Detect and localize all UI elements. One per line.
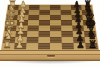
board-square — [26, 43, 38, 49]
chess-set-photo: ♜♞♝♛♚♝♞♜♟♟♟♟♟♟♟♟♟♟♟♟♟♟♟♟♜♞♝♛♚♝♞♜ — [0, 0, 100, 67]
board-perspective-wrapper — [1, 4, 99, 50]
board-square — [85, 43, 98, 49]
chess-board — [1, 4, 99, 50]
board-square — [50, 43, 62, 49]
board-square — [62, 43, 74, 49]
board-square — [74, 43, 86, 49]
box-latch — [47, 55, 55, 58]
board-square — [14, 43, 26, 49]
board-square — [2, 43, 15, 49]
board-square — [38, 43, 50, 49]
box-shadow — [2, 60, 98, 64]
